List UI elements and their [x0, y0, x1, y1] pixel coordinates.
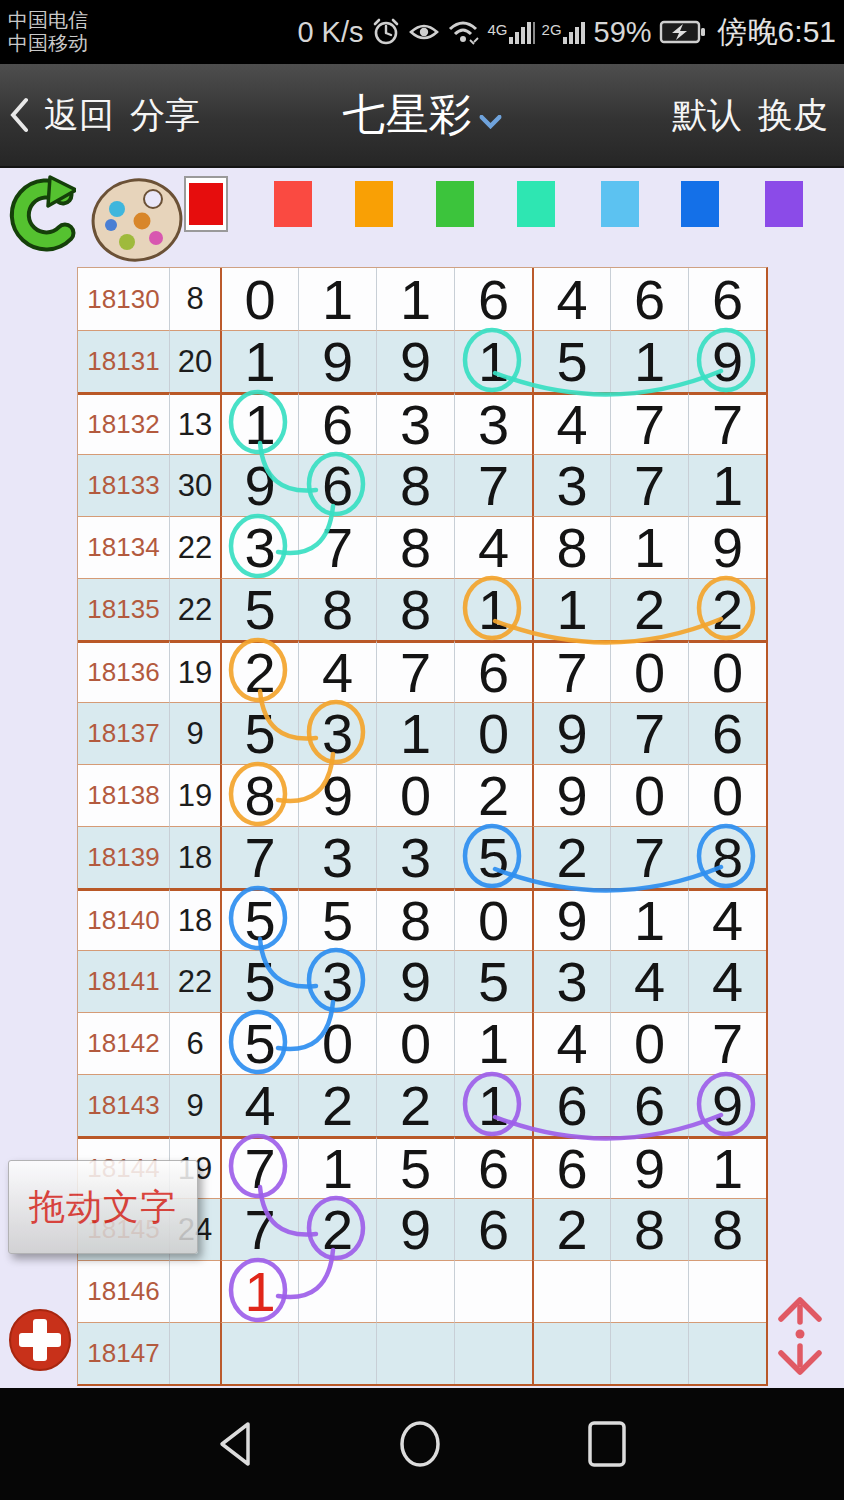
issue-cell-18142: 18142 — [78, 1012, 169, 1074]
digit-cell-18138-c6[interactable]: 0 — [610, 764, 688, 826]
signal-bars-icon — [509, 19, 535, 45]
digit-cell-18144-c4[interactable]: 6 — [454, 1136, 532, 1198]
sum-cell-18136: 19 — [169, 640, 220, 702]
android-home-button[interactable] — [397, 1419, 443, 1469]
status-bar: 中国电信 中国移动 0 K/s 4G — [0, 0, 844, 64]
clock-time: 傍晚6:51 — [718, 12, 836, 53]
digit-cell-18144-c5[interactable]: 6 — [532, 1136, 610, 1198]
sum-cell-18143: 9 — [169, 1074, 220, 1136]
digit-cell-18133-c4[interactable]: 7 — [454, 454, 532, 516]
sum-cell-18130: 8 — [169, 268, 220, 330]
digit-cell-18146-c2[interactable] — [298, 1260, 376, 1322]
digit-cell-18143-c6[interactable]: 6 — [610, 1074, 688, 1136]
digit-cell-18143-c4[interactable]: 1 — [454, 1074, 532, 1136]
digit-cell-18134-c6[interactable]: 1 — [610, 516, 688, 578]
digit-cell-18139-c3[interactable]: 3 — [376, 826, 454, 888]
chevron-down-icon — [480, 115, 502, 129]
digit-cell-18136-c4[interactable]: 6 — [454, 640, 532, 702]
pen-toolbar — [0, 168, 844, 267]
digit-cell-18136-c2[interactable]: 4 — [298, 640, 376, 702]
digit-cell-18134-c1[interactable]: 3 — [220, 516, 298, 578]
digit-cell-18130-c7[interactable]: 6 — [688, 268, 766, 330]
digit-cell-18145-c5[interactable]: 2 — [532, 1198, 610, 1260]
digit-cell-18142-c4[interactable]: 1 — [454, 1012, 532, 1074]
digit-cell-18134-c3[interactable]: 8 — [376, 516, 454, 578]
digit-cell-18134-c5[interactable]: 8 — [532, 516, 610, 578]
digit-cell-18140-c7[interactable]: 4 — [688, 888, 766, 950]
digit-cell-18132-c4[interactable]: 3 — [454, 392, 532, 454]
digit-cell-18130-c2[interactable]: 1 — [298, 268, 376, 330]
digit-cell-18134-c4[interactable]: 4 — [454, 516, 532, 578]
digit-cell-18132-c7[interactable]: 7 — [688, 392, 766, 454]
digit-cell-18145-c6[interactable]: 8 — [610, 1198, 688, 1260]
net-type-2: 2G — [542, 21, 562, 38]
color-swatch-6[interactable] — [681, 181, 719, 227]
digit-cell-18135-c2[interactable]: 8 — [298, 578, 376, 640]
digit-cell-18146-c5[interactable] — [532, 1260, 610, 1322]
digit-cell-18146-c7[interactable] — [688, 1260, 766, 1322]
digit-cell-18131-c7[interactable]: 9 — [688, 330, 766, 392]
signal-1: 4G — [488, 19, 535, 45]
digit-cell-18137-c2[interactable]: 3 — [298, 702, 376, 764]
digit-cell-18133-c6[interactable]: 7 — [610, 454, 688, 516]
sum-cell-18147 — [169, 1322, 220, 1384]
title-bar: 返回 分享 七星彩 默认 换皮 — [0, 64, 844, 168]
palette-icon[interactable] — [90, 172, 186, 264]
digit-cell-18132-c2[interactable]: 6 — [298, 392, 376, 454]
eye-icon — [408, 19, 440, 45]
net-speed: 0 K/s — [297, 16, 363, 49]
digit-cell-18147-c7[interactable] — [688, 1322, 766, 1384]
digit-cell-18138-c7[interactable]: 0 — [688, 764, 766, 826]
digit-cell-18142-c5[interactable]: 4 — [532, 1012, 610, 1074]
sum-cell-18132: 13 — [169, 392, 220, 454]
color-swatch-7[interactable] — [765, 181, 803, 227]
digit-cell-18142-c2[interactable]: 0 — [298, 1012, 376, 1074]
issue-cell-18138: 18138 — [78, 764, 169, 826]
android-back-button[interactable] — [215, 1419, 255, 1469]
digit-cell-18145-c4[interactable]: 6 — [454, 1198, 532, 1260]
digit-cell-18144-c7[interactable]: 1 — [688, 1136, 766, 1198]
battery-percent: 59% — [594, 16, 652, 49]
digit-cell-18130-c1[interactable]: 0 — [220, 268, 298, 330]
title-left-group: 返回 分享 — [10, 64, 200, 166]
digit-cell-18141-c1[interactable]: 5 — [220, 950, 298, 1012]
add-button[interactable] — [8, 1308, 72, 1372]
swatch-color-fill — [189, 183, 223, 225]
digit-cell-18145-c2[interactable]: 2 — [298, 1198, 376, 1260]
digit-cell-18142-c3[interactable]: 0 — [376, 1012, 454, 1074]
sum-cell-18133: 30 — [169, 454, 220, 516]
digit-cell-18135-c7[interactable]: 2 — [688, 578, 766, 640]
digit-cell-18140-c4[interactable]: 0 — [454, 888, 532, 950]
share-button[interactable]: 分享 — [130, 92, 200, 139]
wifi-icon — [447, 18, 481, 46]
digit-cell-18141-c5[interactable]: 3 — [532, 950, 610, 1012]
digit-cell-18138-c1[interactable]: 8 — [220, 764, 298, 826]
issue-cell-18136: 18136 — [78, 640, 169, 702]
digit-cell-18139-c6[interactable]: 7 — [610, 826, 688, 888]
digit-cell-18133-c1[interactable]: 9 — [220, 454, 298, 516]
digit-cell-18142-c1[interactable]: 5 — [220, 1012, 298, 1074]
signal-2: 2G — [542, 19, 587, 45]
carrier-2: 中国移动 — [8, 32, 88, 55]
color-swatch-0[interactable] — [184, 176, 228, 232]
digit-cell-18139-c4[interactable]: 5 — [454, 826, 532, 888]
digit-cell-18131-c6[interactable]: 1 — [610, 330, 688, 392]
title-right-group: 默认 换皮 — [672, 64, 828, 166]
color-swatch-1[interactable] — [274, 181, 312, 227]
app-screen: 中国电信 中国移动 0 K/s 4G — [0, 0, 844, 1500]
digit-cell-18141-c6[interactable]: 4 — [610, 950, 688, 1012]
issue-cell-18146: 18146 — [78, 1260, 169, 1322]
digit-cell-18133-c7[interactable]: 1 — [688, 454, 766, 516]
issue-cell-18130: 18130 — [78, 268, 169, 330]
issue-cell-18134: 18134 — [78, 516, 169, 578]
digit-cell-18131-c3[interactable]: 9 — [376, 330, 454, 392]
digit-cell-18141-c2[interactable]: 3 — [298, 950, 376, 1012]
digit-cell-18146-c3[interactable] — [376, 1260, 454, 1322]
digit-cell-18137-c5[interactable]: 9 — [532, 702, 610, 764]
sum-cell-18137: 9 — [169, 702, 220, 764]
digit-cell-18134-c2[interactable]: 7 — [298, 516, 376, 578]
digit-cell-18143-c5[interactable]: 6 — [532, 1074, 610, 1136]
digit-cell-18142-c6[interactable]: 0 — [610, 1012, 688, 1074]
android-recents-button[interactable] — [585, 1419, 629, 1469]
digit-cell-18147-c2[interactable] — [298, 1322, 376, 1384]
digit-cell-18137-c6[interactable]: 7 — [610, 702, 688, 764]
digit-cell-18135-c6[interactable]: 2 — [610, 578, 688, 640]
sum-cell-18141: 22 — [169, 950, 220, 1012]
refresh-icon[interactable] — [6, 173, 76, 263]
digit-cell-18142-c7[interactable]: 7 — [688, 1012, 766, 1074]
digit-cell-18144-c6[interactable]: 9 — [610, 1136, 688, 1198]
back-button[interactable]: 返回 — [44, 92, 114, 139]
digit-cell-18130-c5[interactable]: 4 — [532, 268, 610, 330]
issue-cell-18135: 18135 — [78, 578, 169, 640]
digit-cell-18132-c6[interactable]: 7 — [610, 392, 688, 454]
digit-cell-18140-c2[interactable]: 5 — [298, 888, 376, 950]
digit-cell-18144-c2[interactable]: 1 — [298, 1136, 376, 1198]
sum-cell-18140: 18 — [169, 888, 220, 950]
digit-cell-18136-c3[interactable]: 7 — [376, 640, 454, 702]
digit-cell-18134-c7[interactable]: 9 — [688, 516, 766, 578]
issue-cell-18132: 18132 — [78, 392, 169, 454]
issue-cell-18137: 18137 — [78, 702, 169, 764]
digit-cell-18133-c5[interactable]: 3 — [532, 454, 610, 516]
change-skin-button[interactable]: 换皮 — [758, 92, 828, 139]
battery-charging-icon — [659, 18, 707, 46]
drag-text-handle[interactable]: 拖动文字 — [8, 1160, 198, 1254]
scroll-up-down-control[interactable] — [773, 1293, 827, 1381]
color-swatch-3[interactable] — [436, 181, 474, 227]
drag-text-label: 拖动文字 — [29, 1183, 177, 1232]
digit-cell-18143-c2[interactable]: 2 — [298, 1074, 376, 1136]
status-icons: 0 K/s 4G — [297, 12, 836, 53]
default-skin-button[interactable]: 默认 — [672, 92, 742, 139]
digit-cell-18131-c2[interactable]: 9 — [298, 330, 376, 392]
digit-cell-18135-c4[interactable]: 1 — [454, 578, 532, 640]
signal-bars-icon — [563, 19, 587, 45]
digit-cell-18132-c3[interactable]: 3 — [376, 392, 454, 454]
digit-cell-18136-c5[interactable]: 7 — [532, 640, 610, 702]
digit-cell-18140-c6[interactable]: 1 — [610, 888, 688, 950]
digit-cell-18146-c6[interactable] — [610, 1260, 688, 1322]
digit-cell-18140-c5[interactable]: 9 — [532, 888, 610, 950]
digit-cell-18146-c4[interactable] — [454, 1260, 532, 1322]
digit-cell-18132-c1[interactable]: 1 — [220, 392, 298, 454]
sum-cell-18142: 6 — [169, 1012, 220, 1074]
digit-cell-18143-c7[interactable]: 9 — [688, 1074, 766, 1136]
digit-cell-18140-c3[interactable]: 8 — [376, 888, 454, 950]
digit-cell-18132-c5[interactable]: 4 — [532, 392, 610, 454]
sum-cell-18146 — [169, 1260, 220, 1322]
digit-cell-18137-c3[interactable]: 1 — [376, 702, 454, 764]
android-nav-bar — [0, 1388, 844, 1500]
digit-cell-18133-c3[interactable]: 8 — [376, 454, 454, 516]
digit-cell-18140-c1[interactable]: 5 — [220, 888, 298, 950]
carrier-labels: 中国电信 中国移动 — [8, 9, 88, 55]
carrier-1: 中国电信 — [8, 9, 88, 32]
digit-cell-18141-c3[interactable]: 9 — [376, 950, 454, 1012]
digit-cell-18131-c1[interactable]: 1 — [220, 330, 298, 392]
digit-cell-18147-c6[interactable] — [610, 1322, 688, 1384]
digit-cell-18145-c3[interactable]: 9 — [376, 1198, 454, 1260]
issue-cell-18143: 18143 — [78, 1074, 169, 1136]
page-title: 七星彩 — [343, 86, 472, 144]
digit-cell-18138-c4[interactable]: 2 — [454, 764, 532, 826]
color-swatch-4[interactable] — [517, 181, 555, 227]
digit-cell-18133-c2[interactable]: 6 — [298, 454, 376, 516]
digit-cell-18147-c1[interactable] — [220, 1322, 298, 1384]
digit-cell-18136-c6[interactable]: 0 — [610, 640, 688, 702]
digit-cell-18138-c3[interactable]: 0 — [376, 764, 454, 826]
digit-cell-18139-c5[interactable]: 2 — [532, 826, 610, 888]
sum-cell-18139: 18 — [169, 826, 220, 888]
digit-cell-18135-c5[interactable]: 1 — [532, 578, 610, 640]
issue-cell-18147: 18147 — [78, 1322, 169, 1384]
digit-cell-18130-c3[interactable]: 1 — [376, 268, 454, 330]
net-type-1: 4G — [488, 21, 508, 38]
digit-cell-18137-c1[interactable]: 5 — [220, 702, 298, 764]
digit-cell-18146-c1[interactable]: 1 — [220, 1260, 298, 1322]
sum-cell-18134: 22 — [169, 516, 220, 578]
digit-cell-18130-c4[interactable]: 6 — [454, 268, 532, 330]
digit-cell-18144-c3[interactable]: 5 — [376, 1136, 454, 1198]
digit-cell-18135-c1[interactable]: 5 — [220, 578, 298, 640]
digit-cell-18145-c1[interactable]: 7 — [220, 1198, 298, 1260]
color-swatch-2[interactable] — [355, 181, 393, 227]
digit-cell-18139-c1[interactable]: 7 — [220, 826, 298, 888]
issue-cell-18141: 18141 — [78, 950, 169, 1012]
sum-cell-18135: 22 — [169, 578, 220, 640]
digit-cell-18141-c7[interactable]: 4 — [688, 950, 766, 1012]
digit-cell-18143-c1[interactable]: 4 — [220, 1074, 298, 1136]
digit-cell-18131-c5[interactable]: 5 — [532, 330, 610, 392]
digit-cell-18145-c7[interactable]: 8 — [688, 1198, 766, 1260]
digit-cell-18141-c4[interactable]: 5 — [454, 950, 532, 1012]
digit-cell-18136-c7[interactable]: 0 — [688, 640, 766, 702]
digit-cell-18144-c1[interactable]: 7 — [220, 1136, 298, 1198]
digit-cell-18138-c5[interactable]: 9 — [532, 764, 610, 826]
digit-cell-18135-c3[interactable]: 8 — [376, 578, 454, 640]
digit-cell-18137-c7[interactable]: 6 — [688, 702, 766, 764]
color-swatch-5[interactable] — [601, 181, 639, 227]
digit-cell-18136-c1[interactable]: 2 — [220, 640, 298, 702]
digit-cell-18143-c3[interactable]: 2 — [376, 1074, 454, 1136]
back-chevron-icon[interactable] — [10, 97, 28, 133]
sum-cell-18131: 20 — [169, 330, 220, 392]
digit-cell-18147-c3[interactable] — [376, 1322, 454, 1384]
issue-cell-18140: 18140 — [78, 888, 169, 950]
issue-cell-18133: 18133 — [78, 454, 169, 516]
digit-cell-18130-c6[interactable]: 6 — [610, 268, 688, 330]
lottery-title-dropdown[interactable]: 七星彩 — [343, 64, 502, 166]
digit-cell-18139-c7[interactable]: 8 — [688, 826, 766, 888]
sum-cell-18138: 19 — [169, 764, 220, 826]
digit-cell-18147-c5[interactable] — [532, 1322, 610, 1384]
issue-cell-18139: 18139 — [78, 826, 169, 888]
digit-cell-18137-c4[interactable]: 0 — [454, 702, 532, 764]
issue-cell-18131: 18131 — [78, 330, 169, 392]
digit-cell-18138-c2[interactable]: 9 — [298, 764, 376, 826]
alarm-clock-icon — [371, 17, 401, 47]
digit-cell-18139-c2[interactable]: 3 — [298, 826, 376, 888]
digit-cell-18147-c4[interactable] — [454, 1322, 532, 1384]
digit-cell-18131-c4[interactable]: 1 — [454, 330, 532, 392]
